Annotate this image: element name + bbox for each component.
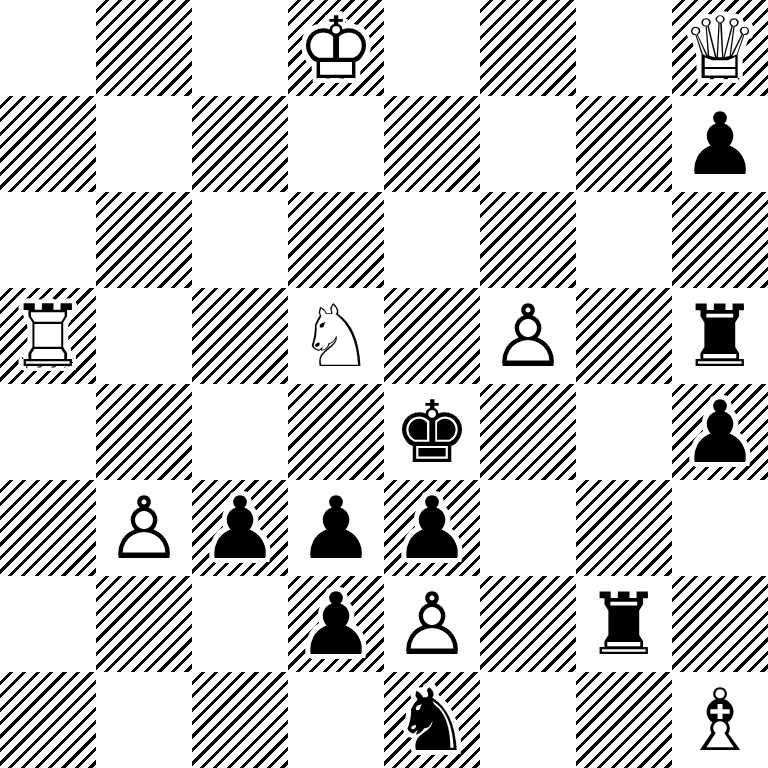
black-pawn-icon: ♟	[288, 576, 384, 672]
square-c7[interactable]	[192, 96, 288, 192]
square-h2[interactable]	[672, 576, 768, 672]
square-g5[interactable]	[576, 288, 672, 384]
square-h8[interactable]: ♛♕	[672, 0, 768, 96]
square-d2[interactable]: ♟♟	[288, 576, 384, 672]
white-pawn-halo: ♟	[384, 576, 480, 672]
square-a2[interactable]	[0, 576, 96, 672]
square-h5[interactable]: ♜♜	[672, 288, 768, 384]
white-pawn-icon: ♙	[480, 288, 576, 384]
square-b6[interactable]	[96, 192, 192, 288]
black-pawn-icon: ♟	[672, 384, 768, 480]
black-knight-icon: ♞	[384, 672, 480, 768]
square-f4[interactable]	[480, 384, 576, 480]
square-f3[interactable]	[480, 480, 576, 576]
black-pawn-halo: ♟	[192, 480, 288, 576]
square-g3[interactable]	[576, 480, 672, 576]
black-king-icon: ♚	[384, 384, 480, 480]
square-c8[interactable]	[192, 0, 288, 96]
white-pawn-halo: ♟	[96, 480, 192, 576]
square-f1[interactable]	[480, 672, 576, 768]
black-pawn-icon: ♟	[384, 480, 480, 576]
square-h3[interactable]	[672, 480, 768, 576]
black-pawn-halo: ♟	[672, 96, 768, 192]
square-d4[interactable]	[288, 384, 384, 480]
square-d7[interactable]	[288, 96, 384, 192]
white-rook-halo: ♜	[0, 288, 96, 384]
square-d8[interactable]: ♚♔	[288, 0, 384, 96]
white-knight-icon: ♘	[288, 288, 384, 384]
white-queen-halo: ♛	[672, 0, 768, 96]
square-b8[interactable]	[96, 0, 192, 96]
square-d3[interactable]: ♟♟	[288, 480, 384, 576]
white-queen-icon: ♕	[672, 0, 768, 96]
square-f5[interactable]: ♟♙	[480, 288, 576, 384]
square-c6[interactable]	[192, 192, 288, 288]
black-pawn-icon: ♟	[288, 480, 384, 576]
square-g8[interactable]	[576, 0, 672, 96]
square-e2[interactable]: ♟♙	[384, 576, 480, 672]
square-d6[interactable]	[288, 192, 384, 288]
square-g4[interactable]	[576, 384, 672, 480]
square-c2[interactable]	[192, 576, 288, 672]
black-rook-halo: ♜	[576, 576, 672, 672]
square-b3[interactable]: ♟♙	[96, 480, 192, 576]
square-g7[interactable]	[576, 96, 672, 192]
square-b1[interactable]	[96, 672, 192, 768]
chess-board: ♚♔♛♕♟♟♜♖♞♘♟♙♜♜♚♚♟♟♟♙♟♟♟♟♟♟♟♟♟♙♜♜♞♞♝♗	[0, 0, 768, 768]
square-b2[interactable]	[96, 576, 192, 672]
square-a8[interactable]	[0, 0, 96, 96]
black-king-halo: ♚	[384, 384, 480, 480]
square-e7[interactable]	[384, 96, 480, 192]
square-f7[interactable]	[480, 96, 576, 192]
square-c3[interactable]: ♟♟	[192, 480, 288, 576]
square-h1[interactable]: ♝♗	[672, 672, 768, 768]
black-knight-halo: ♞	[384, 672, 480, 768]
black-rook-icon: ♜	[672, 288, 768, 384]
black-pawn-halo: ♟	[384, 480, 480, 576]
square-f6[interactable]	[480, 192, 576, 288]
square-e3[interactable]: ♟♟	[384, 480, 480, 576]
square-e6[interactable]	[384, 192, 480, 288]
square-f2[interactable]	[480, 576, 576, 672]
square-e8[interactable]	[384, 0, 480, 96]
white-bishop-halo: ♝	[672, 672, 768, 768]
black-rook-halo: ♜	[672, 288, 768, 384]
square-a5[interactable]: ♜♖	[0, 288, 96, 384]
white-knight-halo: ♞	[288, 288, 384, 384]
black-rook-icon: ♜	[576, 576, 672, 672]
black-pawn-icon: ♟	[192, 480, 288, 576]
square-a1[interactable]	[0, 672, 96, 768]
square-b7[interactable]	[96, 96, 192, 192]
square-d1[interactable]	[288, 672, 384, 768]
black-pawn-icon: ♟	[672, 96, 768, 192]
square-a6[interactable]	[0, 192, 96, 288]
square-h7[interactable]: ♟♟	[672, 96, 768, 192]
square-d5[interactable]: ♞♘	[288, 288, 384, 384]
white-bishop-icon: ♗	[672, 672, 768, 768]
square-h4[interactable]: ♟♟	[672, 384, 768, 480]
black-pawn-halo: ♟	[288, 576, 384, 672]
white-king-halo: ♚	[288, 0, 384, 96]
square-a3[interactable]	[0, 480, 96, 576]
square-a4[interactable]	[0, 384, 96, 480]
square-e1[interactable]: ♞♞	[384, 672, 480, 768]
square-g1[interactable]	[576, 672, 672, 768]
white-pawn-icon: ♙	[96, 480, 192, 576]
square-c4[interactable]	[192, 384, 288, 480]
square-g2[interactable]: ♜♜	[576, 576, 672, 672]
black-pawn-halo: ♟	[672, 384, 768, 480]
square-a7[interactable]	[0, 96, 96, 192]
square-c5[interactable]	[192, 288, 288, 384]
square-c1[interactable]	[192, 672, 288, 768]
white-pawn-icon: ♙	[384, 576, 480, 672]
white-rook-icon: ♖	[0, 288, 96, 384]
square-e5[interactable]	[384, 288, 480, 384]
black-pawn-halo: ♟	[288, 480, 384, 576]
white-pawn-halo: ♟	[480, 288, 576, 384]
square-b5[interactable]	[96, 288, 192, 384]
square-g6[interactable]	[576, 192, 672, 288]
square-h6[interactable]	[672, 192, 768, 288]
square-e4[interactable]: ♚♚	[384, 384, 480, 480]
white-king-icon: ♔	[288, 0, 384, 96]
square-f8[interactable]	[480, 0, 576, 96]
square-b4[interactable]	[96, 384, 192, 480]
